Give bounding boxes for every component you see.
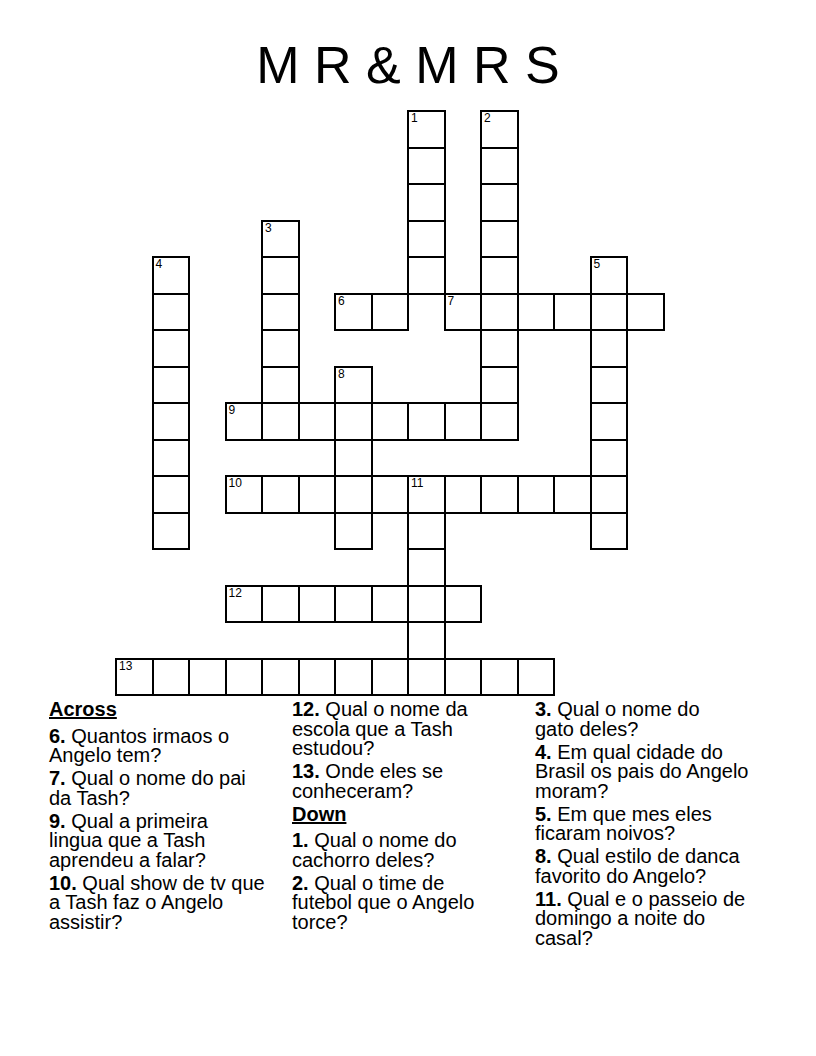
cell-number-3: 3	[265, 222, 272, 235]
clue-5: 5. Em que mes eles ficaram noivos?	[535, 805, 778, 844]
cell-r12c8[interactable]	[407, 548, 446, 587]
down-heading: Down	[292, 805, 535, 825]
cell-r4c8[interactable]	[407, 256, 446, 295]
cell-r5c13[interactable]	[590, 293, 629, 332]
cell-number-8: 8	[338, 368, 345, 381]
cell-r11c6[interactable]	[334, 512, 373, 551]
cell-number-13: 13	[119, 660, 132, 673]
cell-number-12: 12	[229, 587, 242, 600]
cell-r3c4[interactable]: 3	[261, 220, 300, 259]
cell-r4c13[interactable]: 5	[590, 256, 629, 295]
cell-r7c6[interactable]: 8	[334, 366, 373, 405]
cell-r10c9[interactable]	[444, 475, 483, 514]
cell-r5c14[interactable]	[626, 293, 665, 332]
cell-r8c8[interactable]	[407, 402, 446, 441]
cell-r8c10[interactable]	[480, 402, 519, 441]
cell-r15c4[interactable]	[261, 658, 300, 697]
cell-r13c7[interactable]	[371, 585, 410, 624]
cell-number-1: 1	[411, 112, 418, 125]
cell-r7c1[interactable]	[152, 366, 191, 405]
cell-r5c6[interactable]: 6	[334, 293, 373, 332]
clue-7: 7. Qual o nome do pai da Tash?	[49, 769, 292, 808]
cell-r10c8[interactable]: 11	[407, 475, 446, 514]
cell-r10c13[interactable]	[590, 475, 629, 514]
cell-r5c4[interactable]	[261, 293, 300, 332]
cell-r8c6[interactable]	[334, 402, 373, 441]
clue-8: 8. Qual estilo de danca favorito do Ange…	[535, 847, 778, 886]
cell-r10c3[interactable]: 10	[225, 475, 264, 514]
cell-r15c10[interactable]	[480, 658, 519, 697]
cell-r7c13[interactable]	[590, 366, 629, 405]
cell-r4c10[interactable]	[480, 256, 519, 295]
clue-6: 6. Quantos irmaos o Angelo tem?	[49, 727, 292, 766]
cell-r8c1[interactable]	[152, 402, 191, 441]
crossword-page: M R & M R S 12345678910111213 Across6. Q…	[0, 0, 816, 1056]
cell-number-2: 2	[484, 112, 491, 125]
crossword-grid: 12345678910111213	[115, 110, 665, 697]
cell-r14c8[interactable]	[407, 621, 446, 660]
cell-r10c10[interactable]	[480, 475, 519, 514]
page-title: M R & M R S	[0, 36, 816, 94]
cell-r5c10[interactable]	[480, 293, 519, 332]
cell-r10c5[interactable]	[298, 475, 337, 514]
cell-r1c8[interactable]	[407, 147, 446, 186]
cell-r9c6[interactable]	[334, 439, 373, 478]
cell-r4c1[interactable]: 4	[152, 256, 191, 295]
cell-r11c1[interactable]	[152, 512, 191, 551]
cell-r8c13[interactable]	[590, 402, 629, 441]
cell-r15c9[interactable]	[444, 658, 483, 697]
cell-r10c12[interactable]	[553, 475, 592, 514]
cell-r15c2[interactable]	[188, 658, 227, 697]
clue-10: 10. Qual show de tv que a Tash faz o Ang…	[49, 874, 292, 933]
cell-r6c10[interactable]	[480, 329, 519, 368]
cell-number-6: 6	[338, 295, 345, 308]
clue-12: 12. Qual o nome da escola que a Tash est…	[292, 700, 535, 759]
cell-r10c11[interactable]	[517, 475, 556, 514]
cell-r9c1[interactable]	[152, 439, 191, 478]
cell-r6c4[interactable]	[261, 329, 300, 368]
cell-number-5: 5	[594, 258, 601, 271]
cell-number-4: 4	[156, 258, 163, 271]
cell-r3c8[interactable]	[407, 220, 446, 259]
cell-r13c8[interactable]	[407, 585, 446, 624]
cell-r3c10[interactable]	[480, 220, 519, 259]
cell-r8c4[interactable]	[261, 402, 300, 441]
across-heading: Across	[49, 700, 292, 720]
cell-r11c8[interactable]	[407, 512, 446, 551]
cell-r13c6[interactable]	[334, 585, 373, 624]
cell-r5c1[interactable]	[152, 293, 191, 332]
cell-r5c11[interactable]	[517, 293, 556, 332]
cell-r15c5[interactable]	[298, 658, 337, 697]
clue-column-1: Across6. Quantos irmaos o Angelo tem?7. …	[49, 700, 292, 936]
cell-r13c4[interactable]	[261, 585, 300, 624]
cell-r15c3[interactable]	[225, 658, 264, 697]
cell-r10c4[interactable]	[261, 475, 300, 514]
cell-r0c10[interactable]: 2	[480, 110, 519, 149]
cell-r9c13[interactable]	[590, 439, 629, 478]
cell-r2c10[interactable]	[480, 183, 519, 222]
cell-r0c8[interactable]: 1	[407, 110, 446, 149]
cell-r6c1[interactable]	[152, 329, 191, 368]
clue-11: 11. Qual e o passeio de domingo a noite …	[535, 890, 778, 949]
cell-r10c1[interactable]	[152, 475, 191, 514]
cell-r13c5[interactable]	[298, 585, 337, 624]
clue-3: 3. Qual o nome do gato deles?	[535, 700, 778, 739]
cell-r8c9[interactable]	[444, 402, 483, 441]
cell-r8c5[interactable]	[298, 402, 337, 441]
cell-r15c0[interactable]: 13	[115, 658, 154, 697]
cell-r10c7[interactable]	[371, 475, 410, 514]
cell-r7c4[interactable]	[261, 366, 300, 405]
cell-r2c8[interactable]	[407, 183, 446, 222]
clue-column-2: 12. Qual o nome da escola que a Tash est…	[292, 700, 535, 936]
clue-4: 4. Em qual cidade do Brasil os pais do A…	[535, 743, 778, 802]
cell-r15c6[interactable]	[334, 658, 373, 697]
clue-9: 9. Qual a primeira lingua que a Tash apr…	[49, 812, 292, 871]
cell-r15c1[interactable]	[152, 658, 191, 697]
cell-r15c7[interactable]	[371, 658, 410, 697]
cell-r8c7[interactable]	[371, 402, 410, 441]
clue-1: 1. Qual o nome do cachorro deles?	[292, 831, 535, 870]
cell-r11c13[interactable]	[590, 512, 629, 551]
cell-r7c10[interactable]	[480, 366, 519, 405]
cell-number-10: 10	[229, 477, 242, 490]
cell-r13c3[interactable]: 12	[225, 585, 264, 624]
cell-r4c4[interactable]	[261, 256, 300, 295]
cell-number-9: 9	[229, 404, 236, 417]
cell-r13c9[interactable]	[444, 585, 483, 624]
cell-r15c11[interactable]	[517, 658, 556, 697]
cell-number-7: 7	[448, 295, 455, 308]
cell-r5c9[interactable]: 7	[444, 293, 483, 332]
cell-r8c3[interactable]: 9	[225, 402, 264, 441]
clue-column-3: 3. Qual o nome do gato deles?4. Em qual …	[535, 700, 778, 952]
cell-r5c12[interactable]	[553, 293, 592, 332]
clue-13: 13. Onde eles se conheceram?	[292, 762, 535, 801]
cell-r10c6[interactable]	[334, 475, 373, 514]
cell-r15c8[interactable]	[407, 658, 446, 697]
cell-r6c13[interactable]	[590, 329, 629, 368]
clue-2: 2. Qual o time de futebol que o Angelo t…	[292, 874, 535, 933]
cell-r5c7[interactable]	[371, 293, 410, 332]
cell-number-11: 11	[411, 477, 423, 490]
cell-r1c10[interactable]	[480, 147, 519, 186]
